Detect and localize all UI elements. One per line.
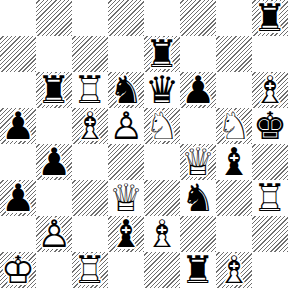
square-e7[interactable]: ♜: [144, 36, 180, 72]
square-f5[interactable]: [180, 108, 216, 144]
black-pawn-glyph-fill: ♟: [36, 144, 72, 180]
square-h5[interactable]: ♚: [252, 108, 288, 144]
square-a6[interactable]: [0, 72, 36, 108]
square-h8[interactable]: ♜: [252, 0, 288, 36]
white-bishop-icon: ♝♗: [144, 216, 180, 252]
white-bishop-glyph-outline: ♗: [72, 108, 108, 144]
square-g3[interactable]: [216, 180, 252, 216]
black-knight-glyph-fill: ♞: [108, 72, 144, 108]
square-b8[interactable]: [36, 0, 72, 36]
square-b4[interactable]: ♟: [36, 144, 72, 180]
white-queen-icon: ♛♕: [180, 144, 216, 180]
black-knight-icon: ♞: [180, 180, 216, 216]
white-knight-icon: ♞♘: [216, 108, 252, 144]
square-g2[interactable]: [216, 216, 252, 252]
black-rook-glyph-fill: ♜: [36, 72, 72, 108]
square-c7[interactable]: [72, 36, 108, 72]
square-a5[interactable]: ♟: [0, 108, 36, 144]
square-h2[interactable]: [252, 216, 288, 252]
white-knight-glyph-outline: ♘: [144, 108, 180, 144]
black-knight-icon: ♞: [108, 72, 144, 108]
white-bishop-glyph-outline: ♗: [252, 72, 288, 108]
square-d2[interactable]: ♝: [108, 216, 144, 252]
white-bishop-glyph-outline: ♗: [144, 216, 180, 252]
square-a7[interactable]: [0, 36, 36, 72]
white-bishop-icon: ♝♗: [216, 252, 252, 288]
square-f4[interactable]: ♛♕: [180, 144, 216, 180]
black-rook-icon: ♜: [144, 36, 180, 72]
white-rook-icon: ♜♖: [72, 252, 108, 288]
white-queen-icon: ♛♕: [108, 180, 144, 216]
black-pawn-glyph-fill: ♟: [0, 180, 36, 216]
square-d8[interactable]: [108, 0, 144, 36]
black-rook-glyph-fill: ♜: [144, 36, 180, 72]
square-h1[interactable]: [252, 252, 288, 288]
white-rook-glyph-outline: ♖: [72, 252, 108, 288]
white-pawn-glyph-outline: ♙: [36, 216, 72, 252]
square-g7[interactable]: [216, 36, 252, 72]
black-rook-icon: ♜: [180, 252, 216, 288]
black-king-icon: ♚: [252, 108, 288, 144]
square-f7[interactable]: [180, 36, 216, 72]
square-h7[interactable]: [252, 36, 288, 72]
square-c6[interactable]: ♜♖: [72, 72, 108, 108]
square-c3[interactable]: [72, 180, 108, 216]
square-d7[interactable]: [108, 36, 144, 72]
black-pawn-icon: ♟: [180, 72, 216, 108]
black-bishop-icon: ♝: [108, 216, 144, 252]
square-d6[interactable]: ♞: [108, 72, 144, 108]
square-c2[interactable]: [72, 216, 108, 252]
white-rook-glyph-outline: ♖: [72, 72, 108, 108]
white-knight-glyph-outline: ♘: [216, 108, 252, 144]
black-rook-glyph-fill: ♜: [252, 0, 288, 36]
square-a8[interactable]: [0, 0, 36, 36]
square-c8[interactable]: [72, 0, 108, 36]
black-pawn-glyph-fill: ♟: [180, 72, 216, 108]
white-pawn-icon: ♟♙: [36, 216, 72, 252]
square-a4[interactable]: [0, 144, 36, 180]
black-bishop-glyph-fill: ♝: [216, 144, 252, 180]
black-bishop-glyph-fill: ♝: [108, 216, 144, 252]
square-a2[interactable]: [0, 216, 36, 252]
chess-board: ♜♜♜♜♖♞♛♟♝♗♟♝♗♟♙♞♘♞♘♚♟♛♕♝♟♛♕♞♜♖♟♙♝♝♗♚♔♜♖♜…: [0, 0, 288, 288]
square-g4[interactable]: ♝: [216, 144, 252, 180]
white-queen-glyph-outline: ♕: [108, 180, 144, 216]
black-pawn-icon: ♟: [0, 108, 36, 144]
square-e5[interactable]: ♞♘: [144, 108, 180, 144]
white-queen-glyph-outline: ♕: [180, 144, 216, 180]
square-h3[interactable]: ♜♖: [252, 180, 288, 216]
white-bishop-icon: ♝♗: [252, 72, 288, 108]
square-e8[interactable]: [144, 0, 180, 36]
white-pawn-glyph-outline: ♙: [108, 108, 144, 144]
square-f6[interactable]: ♟: [180, 72, 216, 108]
black-rook-icon: ♜: [36, 72, 72, 108]
square-b2[interactable]: ♟♙: [36, 216, 72, 252]
square-e3[interactable]: [144, 180, 180, 216]
white-rook-glyph-outline: ♖: [252, 180, 288, 216]
white-knight-icon: ♞♘: [144, 108, 180, 144]
black-pawn-icon: ♟: [0, 180, 36, 216]
square-a1[interactable]: ♚♔: [0, 252, 36, 288]
square-g6[interactable]: [216, 72, 252, 108]
square-e1[interactable]: [144, 252, 180, 288]
square-g1[interactable]: ♝♗: [216, 252, 252, 288]
square-f8[interactable]: [180, 0, 216, 36]
black-rook-icon: ♜: [252, 0, 288, 36]
square-a3[interactable]: ♟: [0, 180, 36, 216]
square-d5[interactable]: ♟♙: [108, 108, 144, 144]
white-pawn-icon: ♟♙: [108, 108, 144, 144]
white-bishop-icon: ♝♗: [72, 108, 108, 144]
square-b5[interactable]: [36, 108, 72, 144]
square-c1[interactable]: ♜♖: [72, 252, 108, 288]
square-g8[interactable]: [216, 0, 252, 36]
white-rook-icon: ♜♖: [252, 180, 288, 216]
square-f1[interactable]: ♜: [180, 252, 216, 288]
square-b1[interactable]: [36, 252, 72, 288]
white-king-icon: ♚♔: [0, 252, 36, 288]
white-king-glyph-outline: ♔: [0, 252, 36, 288]
square-f3[interactable]: ♞: [180, 180, 216, 216]
square-b7[interactable]: [36, 36, 72, 72]
square-d3[interactable]: ♛♕: [108, 180, 144, 216]
black-pawn-icon: ♟: [36, 144, 72, 180]
square-h4[interactable]: [252, 144, 288, 180]
square-c4[interactable]: [72, 144, 108, 180]
square-d4[interactable]: [108, 144, 144, 180]
black-rook-glyph-fill: ♜: [180, 252, 216, 288]
white-rook-icon: ♜♖: [72, 72, 108, 108]
square-f2[interactable]: [180, 216, 216, 252]
black-knight-glyph-fill: ♞: [180, 180, 216, 216]
square-d1[interactable]: [108, 252, 144, 288]
square-e4[interactable]: [144, 144, 180, 180]
square-b3[interactable]: [36, 180, 72, 216]
black-king-glyph-fill: ♚: [252, 108, 288, 144]
white-bishop-glyph-outline: ♗: [216, 252, 252, 288]
square-g5[interactable]: ♞♘: [216, 108, 252, 144]
square-e2[interactable]: ♝♗: [144, 216, 180, 252]
square-h6[interactable]: ♝♗: [252, 72, 288, 108]
square-c5[interactable]: ♝♗: [72, 108, 108, 144]
black-bishop-icon: ♝: [216, 144, 252, 180]
black-queen-glyph-fill: ♛: [144, 72, 180, 108]
black-queen-icon: ♛: [144, 72, 180, 108]
black-pawn-glyph-fill: ♟: [0, 108, 36, 144]
square-b6[interactable]: ♜: [36, 72, 72, 108]
square-e6[interactable]: ♛: [144, 72, 180, 108]
